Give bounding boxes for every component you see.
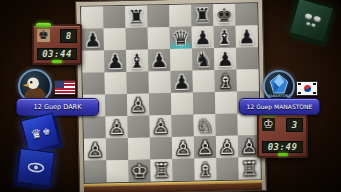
square-h5[interactable] — [236, 69, 258, 91]
piece-white-b-f1[interactable]: ♗ — [194, 158, 216, 180]
piece-black-b-c6[interactable]: ♝ — [126, 49, 148, 71]
clock-right-player: ♔ 3 03:49 — [257, 113, 308, 158]
square-h7[interactable]: ♟ — [236, 25, 258, 47]
clock-right-led — [278, 153, 288, 156]
square-b4[interactable] — [105, 94, 127, 116]
piece-white-r-d1[interactable]: ♖ — [150, 159, 172, 181]
piece-white-p-d3[interactable]: ♙ — [149, 115, 171, 137]
square-c1[interactable]: ♔ — [128, 159, 150, 181]
piece-black-p-g6[interactable]: ♟ — [214, 48, 236, 70]
piece-black-p-d6[interactable]: ♟ — [148, 49, 170, 71]
piece-black-p-e5[interactable]: ♟ — [170, 71, 192, 93]
square-g6[interactable]: ♟ — [214, 48, 236, 70]
piece-die-1[interactable]: ♛ ♚ — [20, 112, 60, 152]
piece-white-p-b3[interactable]: ♙ — [105, 116, 127, 138]
name-plate-left: 12 Guep DARK — [16, 98, 99, 116]
square-b5[interactable] — [104, 72, 126, 94]
usa-flag-icon — [54, 80, 76, 95]
square-e6[interactable] — [170, 49, 192, 71]
piece-white-b-g5[interactable]: ♗ — [214, 70, 236, 92]
clock-right-time: 03:49 — [262, 141, 303, 153]
square-c8[interactable]: ♜ — [125, 5, 147, 27]
square-e4[interactable] — [171, 93, 193, 115]
piece-white-k-c1[interactable]: ♔ — [128, 159, 150, 181]
piece-white-p-a2[interactable]: ♙ — [84, 138, 106, 160]
piece-black-p-f7[interactable]: ♟ — [192, 26, 214, 48]
square-d6[interactable]: ♟ — [148, 49, 170, 71]
square-a3[interactable] — [83, 116, 105, 138]
die-pip — [313, 15, 321, 22]
piece-black-q-e7[interactable]: ♛ — [170, 27, 192, 49]
square-h6[interactable] — [236, 47, 258, 69]
square-a2[interactable]: ♙ — [84, 138, 106, 160]
die-king-glyph: ♚ — [41, 124, 52, 138]
square-e7[interactable]: ♛ — [170, 27, 192, 49]
piece-black-r-c8[interactable]: ♜ — [125, 5, 147, 27]
square-a6[interactable] — [82, 50, 104, 72]
square-c2[interactable] — [128, 137, 150, 159]
square-b1[interactable] — [106, 160, 128, 182]
square-b3[interactable]: ♙ — [105, 116, 127, 138]
piece-black-n-f6[interactable]: ♞ — [192, 48, 214, 70]
clock-right-counter: 3 — [286, 118, 303, 132]
square-d1[interactable]: ♖ — [150, 159, 172, 181]
turn-indicator-left — [36, 23, 51, 27]
square-d8[interactable] — [147, 5, 169, 27]
game-table: ♜♜♚♟♛♟♝♟♟♝♟♞♟♟♗♙♙♙♘♙♙♙♙♙♔♖♗♖ ♚ 8 03:44 ♔… — [0, 0, 341, 192]
piece-white-p-f2[interactable]: ♙ — [194, 136, 216, 158]
korea-flag-icon — [296, 81, 318, 96]
chess-board: ♜♜♚♟♛♟♝♟♟♝♟♞♟♟♗♙♙♙♘♙♙♙♙♙♔♖♗♖ — [75, 0, 267, 192]
square-d3[interactable]: ♙ — [149, 115, 171, 137]
square-f6[interactable]: ♞ — [192, 48, 214, 70]
piece-black-k-g8[interactable]: ♚ — [213, 4, 235, 26]
square-g5[interactable]: ♗ — [214, 70, 236, 92]
square-d7[interactable] — [148, 27, 170, 49]
square-f3[interactable]: ♘ — [193, 114, 215, 136]
piece-black-p-h7[interactable]: ♟ — [236, 25, 258, 47]
clock-left-player: ♚ 8 03:44 — [32, 24, 82, 65]
square-c4[interactable]: ♙ — [127, 93, 149, 115]
square-f5[interactable] — [192, 70, 214, 92]
square-g4[interactable] — [215, 92, 237, 114]
square-b7[interactable] — [104, 28, 126, 50]
square-h8[interactable] — [235, 3, 257, 25]
square-h1[interactable]: ♖ — [238, 157, 260, 179]
square-f2[interactable]: ♙ — [194, 136, 216, 158]
piece-white-p-c4[interactable]: ♙ — [127, 93, 149, 115]
square-d2[interactable] — [150, 137, 172, 159]
piece-white-p-e2[interactable]: ♙ — [172, 137, 194, 159]
black-king-icon: ♚ — [37, 29, 50, 42]
pip-die[interactable] — [289, 0, 335, 43]
piece-black-r-f8[interactable]: ♜ — [191, 4, 213, 26]
die-pip — [306, 21, 311, 25]
square-e2[interactable]: ♙ — [172, 137, 194, 159]
square-c3[interactable] — [127, 115, 149, 137]
eye-icon — [26, 161, 45, 174]
die-pip — [304, 13, 312, 20]
square-a8[interactable] — [81, 6, 103, 28]
square-f1[interactable]: ♗ — [194, 158, 216, 180]
square-b2[interactable] — [106, 138, 128, 160]
eagle-icon — [20, 71, 50, 101]
square-f4[interactable] — [193, 92, 215, 114]
square-b6[interactable]: ♟ — [104, 50, 126, 72]
square-g1[interactable] — [216, 158, 238, 180]
square-c7[interactable] — [126, 27, 148, 49]
square-d5[interactable] — [148, 71, 170, 93]
square-a1[interactable] — [84, 160, 106, 182]
piece-black-b-g7[interactable]: ♝ — [214, 26, 236, 48]
piece-white-n-f3[interactable]: ♘ — [193, 114, 215, 136]
board-squares: ♜♜♚♟♛♟♝♟♟♝♟♞♟♟♗♙♙♙♘♙♙♙♙♙♔♖♗♖ — [80, 2, 262, 184]
square-g8[interactable]: ♚ — [213, 4, 235, 26]
board-frame: ♜♜♚♟♛♟♝♟♟♝♟♞♟♟♗♙♙♙♘♙♙♙♙♙♔♖♗♖ — [75, 0, 267, 192]
name-plate-right: 12 Guep MANASTONE — [239, 98, 320, 115]
square-f8[interactable]: ♜ — [191, 4, 213, 26]
square-a7[interactable]: ♟ — [82, 28, 104, 50]
square-g2[interactable]: ♙ — [216, 136, 238, 158]
square-e5[interactable]: ♟ — [170, 71, 192, 93]
clock-left-led — [52, 60, 62, 63]
square-f7[interactable]: ♟ — [192, 26, 214, 48]
white-king-icon: ♔ — [262, 118, 275, 131]
square-g7[interactable]: ♝ — [214, 26, 236, 48]
square-a5[interactable] — [82, 72, 104, 94]
piece-white-p-g2[interactable]: ♙ — [216, 136, 238, 158]
square-g3[interactable] — [215, 114, 237, 136]
clock-left-counter: 8 — [60, 29, 77, 43]
square-e3[interactable] — [171, 115, 193, 137]
square-b8[interactable] — [103, 6, 125, 28]
piece-black-p-a7[interactable]: ♟ — [82, 28, 104, 50]
piece-black-p-b6[interactable]: ♟ — [104, 50, 126, 72]
piece-die-2[interactable] — [16, 148, 55, 187]
square-e1[interactable] — [172, 159, 194, 181]
square-c6[interactable]: ♝ — [126, 49, 148, 71]
square-d4[interactable] — [149, 93, 171, 115]
piece-white-r-h1[interactable]: ♖ — [238, 157, 260, 179]
clock-left-time: 03:44 — [37, 48, 77, 60]
square-c5[interactable] — [126, 71, 148, 93]
die-pip — [311, 23, 316, 27]
square-e8[interactable] — [169, 5, 191, 27]
